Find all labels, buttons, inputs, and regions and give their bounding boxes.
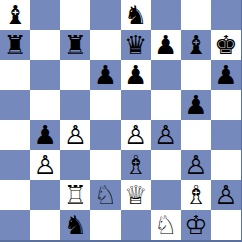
piece-white-pawn[interactable]: ♙ xyxy=(214,180,237,210)
square-d3[interactable] xyxy=(90,150,120,180)
square-g6[interactable] xyxy=(181,60,211,90)
square-h1[interactable] xyxy=(211,210,241,240)
square-f2[interactable] xyxy=(151,180,181,210)
square-f7[interactable]: ♟ xyxy=(151,30,181,60)
square-d6[interactable]: ♟ xyxy=(90,60,120,90)
square-b7[interactable] xyxy=(30,30,60,60)
square-f4[interactable]: ♙ xyxy=(151,120,181,150)
piece-white-queen[interactable]: ♕ xyxy=(124,180,147,210)
piece-white-knight[interactable]: ♘ xyxy=(154,210,177,240)
square-h8[interactable] xyxy=(211,0,241,30)
piece-black-bishop[interactable]: ♝ xyxy=(3,0,26,30)
square-g1[interactable]: ♔ xyxy=(181,210,211,240)
square-f5[interactable] xyxy=(151,90,181,120)
square-f8[interactable] xyxy=(151,0,181,30)
piece-white-bishop[interactable]: ♗ xyxy=(124,150,147,180)
square-e1[interactable] xyxy=(121,210,151,240)
square-a4[interactable] xyxy=(0,120,30,150)
piece-white-rook[interactable]: ♖ xyxy=(64,180,87,210)
square-d2[interactable]: ♘ xyxy=(90,180,120,210)
square-g8[interactable] xyxy=(181,0,211,30)
square-a1[interactable] xyxy=(0,210,30,240)
square-g4[interactable] xyxy=(181,120,211,150)
square-g7[interactable]: ♝ xyxy=(181,30,211,60)
square-e3[interactable]: ♗ xyxy=(121,150,151,180)
square-a7[interactable]: ♜ xyxy=(0,30,30,60)
piece-black-rook[interactable]: ♜ xyxy=(64,30,87,60)
piece-black-pawn[interactable]: ♟ xyxy=(214,60,237,90)
square-c4[interactable]: ♙ xyxy=(60,120,90,150)
square-g5[interactable]: ♟ xyxy=(181,90,211,120)
square-g2[interactable]: ♗ xyxy=(181,180,211,210)
square-d7[interactable] xyxy=(90,30,120,60)
square-d4[interactable] xyxy=(90,120,120,150)
square-c6[interactable] xyxy=(60,60,90,90)
square-a8[interactable]: ♝ xyxy=(0,0,30,30)
piece-black-queen[interactable]: ♛ xyxy=(124,30,147,60)
piece-white-pawn[interactable]: ♙ xyxy=(154,120,177,150)
square-h3[interactable] xyxy=(211,150,241,180)
square-b3[interactable]: ♙ xyxy=(30,150,60,180)
square-e4[interactable]: ♙ xyxy=(121,120,151,150)
square-a3[interactable] xyxy=(0,150,30,180)
square-b1[interactable] xyxy=(30,210,60,240)
square-c7[interactable]: ♜ xyxy=(60,30,90,60)
square-c3[interactable] xyxy=(60,150,90,180)
square-f3[interactable] xyxy=(151,150,181,180)
piece-black-knight[interactable]: ♞ xyxy=(124,0,147,30)
square-e2[interactable]: ♕ xyxy=(121,180,151,210)
square-b4[interactable]: ♟ xyxy=(30,120,60,150)
square-h6[interactable]: ♟ xyxy=(211,60,241,90)
piece-black-pawn[interactable]: ♟ xyxy=(34,120,57,150)
square-c5[interactable] xyxy=(60,90,90,120)
piece-black-pawn[interactable]: ♟ xyxy=(94,60,117,90)
piece-black-king[interactable]: ♚ xyxy=(214,30,237,60)
chess-board: ♝♞♜♜♛♟♝♚♟♟♟♟♟♙♙♙♙♗♙♖♘♕♗♙♞♘♔ xyxy=(0,0,242,242)
square-e5[interactable] xyxy=(121,90,151,120)
square-b6[interactable] xyxy=(30,60,60,90)
piece-white-bishop[interactable]: ♗ xyxy=(184,180,207,210)
square-f6[interactable] xyxy=(151,60,181,90)
square-d1[interactable] xyxy=(90,210,120,240)
square-a6[interactable] xyxy=(0,60,30,90)
piece-white-knight[interactable]: ♘ xyxy=(94,180,117,210)
square-h5[interactable] xyxy=(211,90,241,120)
square-h7[interactable]: ♚ xyxy=(211,30,241,60)
piece-black-pawn[interactable]: ♟ xyxy=(184,90,207,120)
piece-white-pawn[interactable]: ♙ xyxy=(124,120,147,150)
piece-black-pawn[interactable]: ♟ xyxy=(124,60,147,90)
square-d8[interactable] xyxy=(90,0,120,30)
square-e7[interactable]: ♛ xyxy=(121,30,151,60)
square-a2[interactable] xyxy=(0,180,30,210)
piece-black-knight[interactable]: ♞ xyxy=(64,210,87,240)
piece-black-rook[interactable]: ♜ xyxy=(3,30,26,60)
square-e6[interactable]: ♟ xyxy=(121,60,151,90)
square-c1[interactable]: ♞ xyxy=(60,210,90,240)
square-b8[interactable] xyxy=(30,0,60,30)
square-d5[interactable] xyxy=(90,90,120,120)
square-h4[interactable] xyxy=(211,120,241,150)
piece-black-bishop[interactable]: ♝ xyxy=(184,30,207,60)
square-c8[interactable] xyxy=(60,0,90,30)
piece-white-pawn[interactable]: ♙ xyxy=(184,150,207,180)
square-h2[interactable]: ♙ xyxy=(211,180,241,210)
square-g3[interactable]: ♙ xyxy=(181,150,211,180)
square-f1[interactable]: ♘ xyxy=(151,210,181,240)
square-b5[interactable] xyxy=(30,90,60,120)
piece-white-king[interactable]: ♔ xyxy=(184,210,207,240)
square-c2[interactable]: ♖ xyxy=(60,180,90,210)
square-a5[interactable] xyxy=(0,90,30,120)
square-e8[interactable]: ♞ xyxy=(121,0,151,30)
piece-white-pawn[interactable]: ♙ xyxy=(64,120,87,150)
square-b2[interactable] xyxy=(30,180,60,210)
piece-black-pawn[interactable]: ♟ xyxy=(154,30,177,60)
piece-white-pawn[interactable]: ♙ xyxy=(34,150,57,180)
